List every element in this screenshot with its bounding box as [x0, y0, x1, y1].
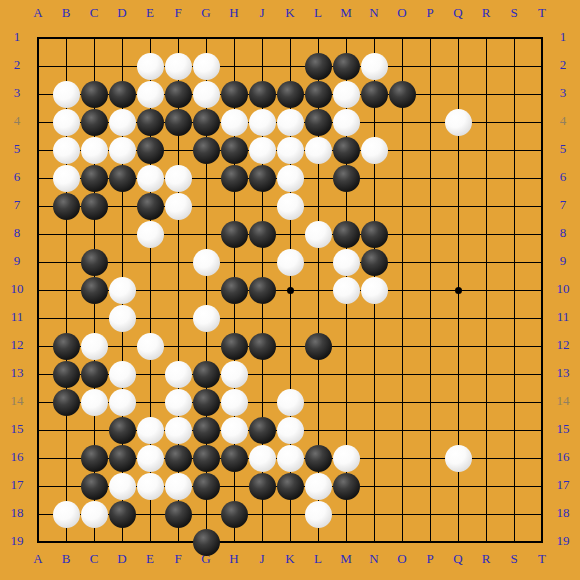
coordinate-label-bottom: P [416, 551, 444, 569]
coordinate-label-right: 1 [549, 29, 577, 47]
coordinate-label-bottom: S [500, 551, 528, 569]
stone-white[interactable] [277, 137, 304, 164]
stone-white[interactable] [221, 109, 248, 136]
coordinate-label-bottom: F [164, 551, 192, 569]
stone-black[interactable] [137, 137, 164, 164]
stone-white[interactable] [193, 53, 220, 80]
stone-black[interactable] [305, 81, 332, 108]
coordinate-label-top: F [164, 5, 192, 23]
coordinate-label-left: 9 [3, 253, 31, 271]
stone-white[interactable] [445, 445, 472, 472]
stone-white[interactable] [305, 501, 332, 528]
coordinate-label-right: 4 [549, 113, 577, 131]
stone-black[interactable] [361, 249, 388, 276]
coordinate-label-bottom: D [108, 551, 136, 569]
grid-line-vertical [486, 37, 487, 543]
stone-white[interactable] [193, 249, 220, 276]
stone-white[interactable] [333, 249, 360, 276]
stone-black[interactable] [249, 221, 276, 248]
stone-black[interactable] [165, 81, 192, 108]
stone-black[interactable] [165, 445, 192, 472]
stone-white[interactable] [305, 473, 332, 500]
stone-black[interactable] [193, 529, 220, 556]
coordinate-label-top: K [276, 5, 304, 23]
coordinate-label-left: 16 [3, 449, 31, 467]
coordinate-label-bottom: R [472, 551, 500, 569]
coordinate-label-left: 15 [3, 421, 31, 439]
stone-black[interactable] [193, 445, 220, 472]
coordinate-label-top: O [388, 5, 416, 23]
stone-black[interactable] [221, 445, 248, 472]
stone-black[interactable] [193, 361, 220, 388]
stone-black[interactable] [165, 109, 192, 136]
stone-black[interactable] [109, 501, 136, 528]
stone-white[interactable] [137, 473, 164, 500]
coordinate-label-right: 16 [549, 449, 577, 467]
stone-black[interactable] [81, 165, 108, 192]
coordinate-label-top: L [304, 5, 332, 23]
stone-black[interactable] [221, 81, 248, 108]
stone-white[interactable] [445, 109, 472, 136]
coordinate-label-right: 19 [549, 533, 577, 551]
star-point [287, 287, 294, 294]
stone-white[interactable] [137, 165, 164, 192]
stone-black[interactable] [389, 81, 416, 108]
stone-white[interactable] [137, 53, 164, 80]
stone-white[interactable] [277, 445, 304, 472]
coordinate-label-top: P [416, 5, 444, 23]
coordinate-label-left: 2 [3, 57, 31, 75]
coordinate-label-top: E [136, 5, 164, 23]
stone-white[interactable] [81, 389, 108, 416]
stone-white[interactable] [137, 81, 164, 108]
stone-white[interactable] [53, 165, 80, 192]
stone-black[interactable] [137, 109, 164, 136]
stone-black[interactable] [277, 473, 304, 500]
stone-black[interactable] [221, 165, 248, 192]
coordinate-label-bottom: Q [444, 551, 472, 569]
stone-black[interactable] [165, 501, 192, 528]
coordinate-label-top: S [500, 5, 528, 23]
stone-white[interactable] [333, 109, 360, 136]
coordinate-label-left: 1 [3, 29, 31, 47]
stone-black[interactable] [81, 445, 108, 472]
coordinate-label-right: 18 [549, 505, 577, 523]
stone-white[interactable] [165, 165, 192, 192]
stone-white[interactable] [165, 417, 192, 444]
stone-black[interactable] [193, 137, 220, 164]
coordinate-label-top: B [52, 5, 80, 23]
coordinate-label-left: 3 [3, 85, 31, 103]
stone-black[interactable] [333, 165, 360, 192]
stone-black[interactable] [81, 81, 108, 108]
goban[interactable]: AABBCCDDEEFFGGHHJJKKLLMMNNOOPPQQRRSSTT11… [0, 0, 580, 580]
stone-white[interactable] [137, 417, 164, 444]
stone-white[interactable] [53, 501, 80, 528]
coordinate-label-left: 4 [3, 113, 31, 131]
stone-white[interactable] [165, 361, 192, 388]
stone-white[interactable] [81, 501, 108, 528]
coordinate-label-bottom: C [80, 551, 108, 569]
stone-white[interactable] [305, 221, 332, 248]
stone-white[interactable] [221, 389, 248, 416]
stone-black[interactable] [305, 109, 332, 136]
stone-black[interactable] [221, 501, 248, 528]
stone-black[interactable] [361, 81, 388, 108]
coordinate-label-left: 18 [3, 505, 31, 523]
stone-white[interactable] [333, 277, 360, 304]
stone-black[interactable] [221, 221, 248, 248]
stone-white[interactable] [137, 445, 164, 472]
stone-white[interactable] [109, 389, 136, 416]
stone-white[interactable] [249, 137, 276, 164]
coordinate-label-bottom: E [136, 551, 164, 569]
coordinate-label-top: R [472, 5, 500, 23]
stone-white[interactable] [277, 109, 304, 136]
coordinate-label-right: 2 [549, 57, 577, 75]
stone-white[interactable] [193, 305, 220, 332]
coordinate-label-left: 19 [3, 533, 31, 551]
stone-black[interactable] [193, 389, 220, 416]
stone-black[interactable] [109, 165, 136, 192]
coordinate-label-right: 10 [549, 281, 577, 299]
grid-line-horizontal [37, 346, 543, 347]
stone-black[interactable] [277, 81, 304, 108]
stone-white[interactable] [249, 109, 276, 136]
stone-white[interactable] [333, 445, 360, 472]
coordinate-label-top: G [192, 5, 220, 23]
stone-black[interactable] [53, 333, 80, 360]
coordinate-label-top: A [24, 5, 52, 23]
coordinate-label-right: 13 [549, 365, 577, 383]
stone-black[interactable] [81, 249, 108, 276]
stone-black[interactable] [53, 193, 80, 220]
stone-white[interactable] [137, 221, 164, 248]
stone-white[interactable] [277, 249, 304, 276]
stone-black[interactable] [249, 333, 276, 360]
stone-black[interactable] [193, 417, 220, 444]
coordinate-label-left: 12 [3, 337, 31, 355]
coordinate-label-right: 9 [549, 253, 577, 271]
stone-white[interactable] [53, 137, 80, 164]
coordinate-label-left: 13 [3, 365, 31, 383]
stone-white[interactable] [165, 389, 192, 416]
stone-white[interactable] [333, 81, 360, 108]
stone-black[interactable] [305, 445, 332, 472]
stone-white[interactable] [277, 417, 304, 444]
stone-white[interactable] [81, 137, 108, 164]
stone-white[interactable] [109, 277, 136, 304]
stone-white[interactable] [277, 389, 304, 416]
coordinate-label-bottom: N [360, 551, 388, 569]
coordinate-label-top: C [80, 5, 108, 23]
coordinate-label-right: 17 [549, 477, 577, 495]
stone-black[interactable] [137, 193, 164, 220]
coordinate-label-left: 10 [3, 281, 31, 299]
stone-white[interactable] [53, 81, 80, 108]
stone-white[interactable] [165, 53, 192, 80]
stone-black[interactable] [305, 53, 332, 80]
coordinate-label-left: 11 [3, 309, 31, 327]
stone-white[interactable] [137, 333, 164, 360]
coordinate-label-top: H [220, 5, 248, 23]
stone-white[interactable] [277, 165, 304, 192]
stone-black[interactable] [109, 445, 136, 472]
coordinate-label-top: T [528, 5, 556, 23]
stone-black[interactable] [333, 53, 360, 80]
coordinate-label-right: 5 [549, 141, 577, 159]
stone-white[interactable] [361, 137, 388, 164]
stone-black[interactable] [81, 109, 108, 136]
stone-black[interactable] [333, 137, 360, 164]
coordinate-label-right: 7 [549, 197, 577, 215]
coordinate-label-bottom: B [52, 551, 80, 569]
stone-black[interactable] [249, 417, 276, 444]
grid-line-vertical [430, 37, 431, 543]
stone-black[interactable] [221, 137, 248, 164]
stone-black[interactable] [333, 221, 360, 248]
coordinate-label-top: D [108, 5, 136, 23]
stone-white[interactable] [53, 109, 80, 136]
stone-white[interactable] [109, 109, 136, 136]
stone-white[interactable] [109, 305, 136, 332]
stone-white[interactable] [165, 193, 192, 220]
coordinate-label-right: 15 [549, 421, 577, 439]
star-point [455, 287, 462, 294]
stone-black[interactable] [221, 333, 248, 360]
stone-black[interactable] [81, 473, 108, 500]
coordinate-label-bottom: O [388, 551, 416, 569]
coordinate-label-right: 12 [549, 337, 577, 355]
coordinate-label-top: J [248, 5, 276, 23]
stone-white[interactable] [305, 137, 332, 164]
stone-black[interactable] [109, 81, 136, 108]
stone-black[interactable] [249, 165, 276, 192]
stone-white[interactable] [109, 137, 136, 164]
stone-white[interactable] [361, 53, 388, 80]
stone-white[interactable] [109, 361, 136, 388]
coordinate-label-right: 14 [549, 393, 577, 411]
stone-white[interactable] [361, 277, 388, 304]
coordinate-label-left: 5 [3, 141, 31, 159]
stone-white[interactable] [277, 193, 304, 220]
stone-white[interactable] [221, 361, 248, 388]
grid-line-horizontal [37, 541, 543, 543]
coordinate-label-bottom: M [332, 551, 360, 569]
coordinate-label-bottom: L [304, 551, 332, 569]
stone-white[interactable] [109, 473, 136, 500]
coordinate-label-left: 8 [3, 225, 31, 243]
coordinate-label-right: 3 [549, 85, 577, 103]
coordinate-label-right: 8 [549, 225, 577, 243]
coordinate-label-bottom: J [248, 551, 276, 569]
stone-white[interactable] [193, 81, 220, 108]
stone-white[interactable] [249, 445, 276, 472]
stone-black[interactable] [333, 473, 360, 500]
coordinate-label-top: Q [444, 5, 472, 23]
stone-black[interactable] [305, 333, 332, 360]
coordinate-label-top: M [332, 5, 360, 23]
coordinate-label-bottom: K [276, 551, 304, 569]
stone-black[interactable] [53, 389, 80, 416]
coordinate-label-left: 17 [3, 477, 31, 495]
stone-black[interactable] [109, 417, 136, 444]
stone-black[interactable] [193, 473, 220, 500]
coordinate-label-bottom: A [24, 551, 52, 569]
stone-white[interactable] [221, 417, 248, 444]
stone-black[interactable] [81, 361, 108, 388]
stone-white[interactable] [165, 473, 192, 500]
coordinate-label-left: 7 [3, 197, 31, 215]
stone-black[interactable] [81, 277, 108, 304]
grid-line-vertical [514, 37, 515, 543]
coordinate-label-right: 6 [549, 169, 577, 187]
grid-line-vertical [402, 37, 403, 543]
coordinate-label-top: N [360, 5, 388, 23]
coordinate-label-right: 11 [549, 309, 577, 327]
stone-white[interactable] [81, 333, 108, 360]
stone-black[interactable] [249, 277, 276, 304]
coordinate-label-left: 14 [3, 393, 31, 411]
coordinate-label-bottom: T [528, 551, 556, 569]
coordinate-label-bottom: H [220, 551, 248, 569]
coordinate-label-left: 6 [3, 169, 31, 187]
stone-black[interactable] [81, 193, 108, 220]
stone-black[interactable] [193, 109, 220, 136]
stone-black[interactable] [249, 473, 276, 500]
stone-black[interactable] [53, 361, 80, 388]
stone-black[interactable] [249, 81, 276, 108]
stone-black[interactable] [361, 221, 388, 248]
stone-black[interactable] [221, 277, 248, 304]
grid-line-vertical [541, 37, 543, 543]
